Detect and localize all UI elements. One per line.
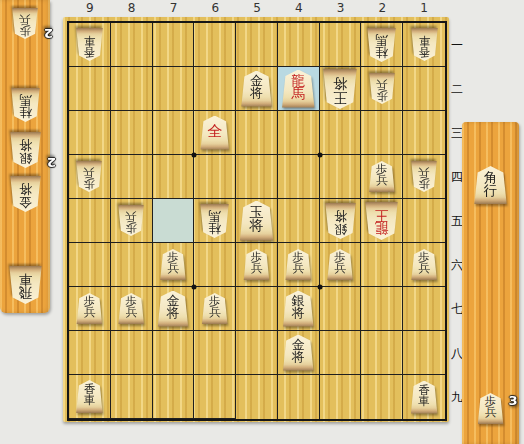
- square-83[interactable]: [111, 111, 153, 155]
- piece-kanji: 龍王: [375, 206, 389, 235]
- square-61[interactable]: [194, 23, 236, 67]
- piece-body: 桂馬: [11, 88, 40, 122]
- square-12[interactable]: [403, 67, 445, 111]
- file-label-1: 1: [403, 1, 445, 17]
- square-49[interactable]: [278, 375, 320, 419]
- piece-kanji: 歩兵: [125, 296, 137, 321]
- piece-kanji: 角行: [484, 171, 498, 200]
- square-94[interactable]: 歩兵: [69, 155, 111, 199]
- square-58[interactable]: [236, 331, 278, 375]
- gote-piece-stand: 歩兵2桂馬銀将2金将飛車: [0, 0, 50, 313]
- knight-piece-gote[interactable]: 桂馬: [11, 88, 40, 122]
- piece-body: 歩兵: [285, 249, 311, 280]
- piece-body: 歩兵: [12, 8, 38, 39]
- piece-body: 香車: [76, 28, 103, 61]
- square-55[interactable]: 玉将: [236, 199, 278, 243]
- square-18[interactable]: [403, 331, 445, 375]
- square-99[interactable]: 香車: [69, 375, 111, 419]
- file-label-8: 8: [111, 1, 153, 17]
- piece-kanji: 金将: [19, 180, 32, 208]
- square-62[interactable]: [194, 67, 236, 111]
- pawn-piece-sente[interactable]: 歩兵: [327, 249, 353, 280]
- piece-kanji: 歩兵: [251, 252, 263, 277]
- piece-kanji: 歩兵: [167, 252, 179, 277]
- shogi-board: 香車桂馬香車金将龍馬王将歩兵全歩兵歩兵歩兵歩兵桂馬玉将銀将龍王歩兵歩兵歩兵歩兵歩…: [63, 17, 449, 422]
- piece-kanji: 飛車: [18, 271, 32, 300]
- silver-piece-gote[interactable]: 銀将: [325, 203, 356, 239]
- square-36[interactable]: 歩兵: [320, 243, 362, 287]
- piece-body: 歩兵: [478, 393, 504, 424]
- piece-kanji: 銀将: [292, 295, 305, 323]
- rank-label-2: 二: [449, 67, 465, 111]
- pawn-piece-sente[interactable]: 歩兵3: [478, 393, 504, 424]
- square-46[interactable]: 歩兵: [278, 243, 320, 287]
- square-53[interactable]: [236, 111, 278, 155]
- file-label-2: 2: [361, 1, 403, 17]
- square-57[interactable]: [236, 287, 278, 331]
- piece-kanji: 玉将: [249, 206, 263, 236]
- piece-kanji: 歩兵: [84, 296, 96, 321]
- piece-body: 歩兵: [202, 293, 228, 324]
- square-17[interactable]: [403, 287, 445, 331]
- square-79[interactable]: [153, 375, 195, 419]
- square-34[interactable]: [320, 155, 362, 199]
- piece-body: 歩兵: [327, 249, 353, 280]
- piece-kanji: 歩兵: [418, 164, 430, 189]
- file-label-9: 9: [69, 1, 111, 17]
- piece-body: 歩兵: [76, 293, 102, 324]
- piece-kanji: 歩兵: [334, 252, 346, 277]
- pawn-piece-sente[interactable]: 歩兵: [76, 293, 102, 324]
- piece-body: 銀将: [283, 291, 314, 327]
- piece-kanji: 歩兵: [376, 76, 388, 101]
- square-23[interactable]: [361, 111, 403, 155]
- square-21[interactable]: 桂馬: [361, 23, 403, 67]
- square-86[interactable]: [111, 243, 153, 287]
- square-76[interactable]: 歩兵: [153, 243, 195, 287]
- hoshi-dot: [192, 285, 197, 290]
- king-piece-gote[interactable]: 王将: [323, 69, 357, 109]
- square-87[interactable]: 歩兵: [111, 287, 153, 331]
- hand-count-badge: 2: [46, 155, 55, 170]
- square-45[interactable]: [278, 199, 320, 243]
- lance-piece-sente[interactable]: 香車: [76, 380, 103, 413]
- piece-body: 龍馬: [282, 70, 315, 108]
- file-label-5: 5: [236, 1, 278, 17]
- square-59[interactable]: [236, 375, 278, 419]
- square-29[interactable]: [361, 375, 403, 419]
- square-89[interactable]: [111, 375, 153, 419]
- square-26[interactable]: [361, 243, 403, 287]
- piece-kanji: 香車: [418, 32, 430, 57]
- piece-body: 龍王: [365, 202, 398, 240]
- board-grid: 香車桂馬香車金将龍馬王将歩兵全歩兵歩兵歩兵歩兵桂馬玉将銀将龍王歩兵歩兵歩兵歩兵歩…: [67, 21, 447, 421]
- square-78[interactable]: [153, 331, 195, 375]
- square-52[interactable]: 金将: [236, 67, 278, 111]
- square-81[interactable]: [111, 23, 153, 67]
- square-69[interactable]: [194, 375, 236, 419]
- gold-piece-gote[interactable]: 金将: [10, 176, 41, 212]
- square-85[interactable]: 歩兵: [111, 199, 153, 243]
- pawn-piece-sente[interactable]: 歩兵: [160, 249, 186, 280]
- piece-body: 金将: [157, 291, 188, 327]
- piece-kanji: 王将: [333, 74, 347, 104]
- piece-kanji: 桂馬: [208, 207, 221, 234]
- square-51[interactable]: [236, 23, 278, 67]
- gold-piece-sente[interactable]: 金将: [241, 71, 272, 107]
- piece-body: 歩兵: [76, 161, 102, 192]
- piece-kanji: 龍馬: [292, 74, 306, 103]
- square-27[interactable]: [361, 287, 403, 331]
- bishop-piece-sente[interactable]: 角行: [474, 166, 507, 204]
- piece-body: 飛車: [9, 266, 42, 304]
- square-68[interactable]: [194, 331, 236, 375]
- piece-kanji: 銀将: [19, 136, 32, 164]
- knight-piece-gote[interactable]: 桂馬: [367, 28, 396, 62]
- piece-kanji: 桂馬: [19, 92, 32, 119]
- square-65[interactable]: 桂馬: [194, 199, 236, 243]
- piece-body: 歩兵: [411, 161, 437, 192]
- square-82[interactable]: [111, 67, 153, 111]
- square-24[interactable]: 歩兵: [361, 155, 403, 199]
- piece-kanji: 香車: [418, 385, 430, 410]
- piece-body: 桂馬: [200, 204, 229, 238]
- piece-body: 香車: [76, 380, 103, 413]
- square-25[interactable]: 龍王: [361, 199, 403, 243]
- pawn-piece-gote[interactable]: 歩兵: [76, 161, 102, 192]
- piece-body: 歩兵: [243, 249, 269, 280]
- square-98[interactable]: [69, 331, 111, 375]
- square-54[interactable]: [236, 155, 278, 199]
- piece-kanji: 全: [207, 124, 222, 141]
- square-73[interactable]: [153, 111, 195, 155]
- square-33[interactable]: [320, 111, 362, 155]
- square-72[interactable]: [153, 67, 195, 111]
- piece-kanji: 香車: [84, 32, 96, 57]
- square-48[interactable]: 金将: [278, 331, 320, 375]
- piece-body: 王将: [323, 69, 357, 109]
- file-label-3: 3: [320, 1, 362, 17]
- piece-body: 香車: [411, 381, 438, 414]
- square-22[interactable]: 歩兵: [361, 67, 403, 111]
- silver-piece-sente[interactable]: 銀将: [283, 291, 314, 327]
- piece-body: 銀将: [10, 132, 41, 168]
- file-label-4: 4: [278, 1, 320, 17]
- lance-piece-gote[interactable]: 香車: [411, 28, 438, 61]
- piece-kanji: 香車: [84, 384, 96, 409]
- piece-kanji: 金将: [250, 75, 263, 103]
- lance-piece-gote[interactable]: 香車: [76, 28, 103, 61]
- piece-kanji: 銀将: [334, 207, 347, 235]
- square-11[interactable]: 香車: [403, 23, 445, 67]
- pawn-piece-sente[interactable]: 歩兵: [285, 249, 311, 280]
- piece-body: 全: [200, 116, 229, 150]
- piece-kanji: 歩兵: [125, 208, 137, 233]
- piece-body: 金将: [10, 176, 41, 212]
- pawn-piece-sente[interactable]: 歩兵: [118, 293, 144, 324]
- square-95[interactable]: [69, 199, 111, 243]
- square-43[interactable]: [278, 111, 320, 155]
- hoshi-dot: [192, 153, 197, 158]
- square-31[interactable]: [320, 23, 362, 67]
- square-47[interactable]: 銀将: [278, 287, 320, 331]
- piece-body: 香車: [411, 28, 438, 61]
- square-74[interactable]: [153, 155, 195, 199]
- pawn-piece-sente[interactable]: 歩兵: [243, 249, 269, 280]
- piece-kanji: 金将: [292, 339, 305, 367]
- piece-kanji: 歩兵: [209, 296, 221, 321]
- lance-piece-sente[interactable]: 香車: [411, 381, 438, 414]
- square-44[interactable]: [278, 155, 320, 199]
- shogi-app: 987654321 一二三四五六七八九 香車桂馬香車金将龍馬王将歩兵全歩兵歩兵歩…: [0, 0, 524, 444]
- square-96[interactable]: [69, 243, 111, 287]
- square-19[interactable]: 香車: [403, 375, 445, 419]
- square-71[interactable]: [153, 23, 195, 67]
- piece-body: 玉将: [239, 201, 273, 241]
- square-92[interactable]: [69, 67, 111, 111]
- piece-body: 歩兵: [118, 293, 144, 324]
- hand-count-badge: 2: [44, 26, 53, 41]
- piece-body: 桂馬: [367, 28, 396, 62]
- square-41[interactable]: [278, 23, 320, 67]
- file-label-7: 7: [153, 1, 195, 17]
- pawn-piece-gote[interactable]: 歩兵2: [12, 8, 38, 39]
- rank-label-1: 一: [449, 23, 465, 67]
- piece-body: 歩兵: [369, 161, 395, 192]
- piece-body: 金将: [241, 71, 272, 107]
- piece-kanji: 歩兵: [376, 164, 388, 189]
- piece-body: 歩兵: [118, 205, 144, 236]
- knight-piece-gote[interactable]: 桂馬: [200, 204, 229, 238]
- piece-body: 歩兵: [369, 73, 395, 104]
- square-35[interactable]: 銀将: [320, 199, 362, 243]
- piece-body: 歩兵: [160, 249, 186, 280]
- pawn-piece-sente[interactable]: 歩兵: [202, 293, 228, 324]
- square-63[interactable]: 全: [194, 111, 236, 155]
- square-39[interactable]: [320, 375, 362, 419]
- square-56[interactable]: 歩兵: [236, 243, 278, 287]
- square-42[interactable]: 龍馬: [278, 67, 320, 111]
- piece-body: 銀将: [325, 203, 356, 239]
- rook-piece-gote[interactable]: 飛車: [9, 266, 42, 304]
- hoshi-dot: [317, 285, 322, 290]
- sente-piece-stand: 角行歩兵3: [462, 122, 519, 444]
- piece-kanji: 歩兵: [418, 252, 430, 277]
- hand-count-badge: 3: [508, 393, 517, 408]
- square-64[interactable]: [194, 155, 236, 199]
- piece-kanji: 桂馬: [376, 31, 389, 58]
- piece-kanji: 歩兵: [19, 11, 31, 36]
- pawn-piece-gote[interactable]: 歩兵: [118, 205, 144, 236]
- promoted-bishop-piece-sente[interactable]: 龍馬: [282, 70, 315, 108]
- promoted-rook-piece-gote[interactable]: 龍王: [365, 202, 398, 240]
- square-28[interactable]: [361, 331, 403, 375]
- gold-piece-sente[interactable]: 金将: [157, 291, 188, 327]
- gold-piece-sente[interactable]: 金将: [283, 335, 314, 371]
- pawn-piece-sente[interactable]: 歩兵: [411, 249, 437, 280]
- square-15[interactable]: [403, 199, 445, 243]
- piece-kanji: 歩兵: [84, 164, 96, 189]
- promoted-knight-piece-sente[interactable]: 全: [200, 116, 229, 150]
- square-32[interactable]: 王将: [320, 67, 362, 111]
- square-84[interactable]: [111, 155, 153, 199]
- file-coordinates: 987654321: [69, 1, 445, 17]
- square-66[interactable]: [194, 243, 236, 287]
- piece-kanji: 金将: [166, 295, 179, 323]
- square-13[interactable]: [403, 111, 445, 155]
- piece-body: 金将: [283, 335, 314, 371]
- silver-piece-gote[interactable]: 銀将2: [10, 132, 41, 168]
- square-91[interactable]: 香車: [69, 23, 111, 67]
- pawn-piece-sente[interactable]: 歩兵: [369, 161, 395, 192]
- piece-kanji: 歩兵: [485, 396, 497, 421]
- piece-body: 歩兵: [411, 249, 437, 280]
- piece-kanji: 歩兵: [293, 252, 305, 277]
- pawn-piece-gote[interactable]: 歩兵: [369, 73, 395, 104]
- square-97[interactable]: 歩兵: [69, 287, 111, 331]
- king-piece-sente[interactable]: 玉将: [239, 201, 273, 241]
- square-38[interactable]: [320, 331, 362, 375]
- square-93[interactable]: [69, 111, 111, 155]
- square-16[interactable]: 歩兵: [403, 243, 445, 287]
- pawn-piece-gote[interactable]: 歩兵: [411, 161, 437, 192]
- square-77[interactable]: 金将: [153, 287, 195, 331]
- square-37[interactable]: [320, 287, 362, 331]
- file-label-6: 6: [194, 1, 236, 17]
- square-67[interactable]: 歩兵: [194, 287, 236, 331]
- square-75[interactable]: [153, 199, 195, 243]
- hoshi-dot: [317, 153, 322, 158]
- square-14[interactable]: 歩兵: [403, 155, 445, 199]
- piece-body: 角行: [474, 166, 507, 204]
- square-88[interactable]: [111, 331, 153, 375]
